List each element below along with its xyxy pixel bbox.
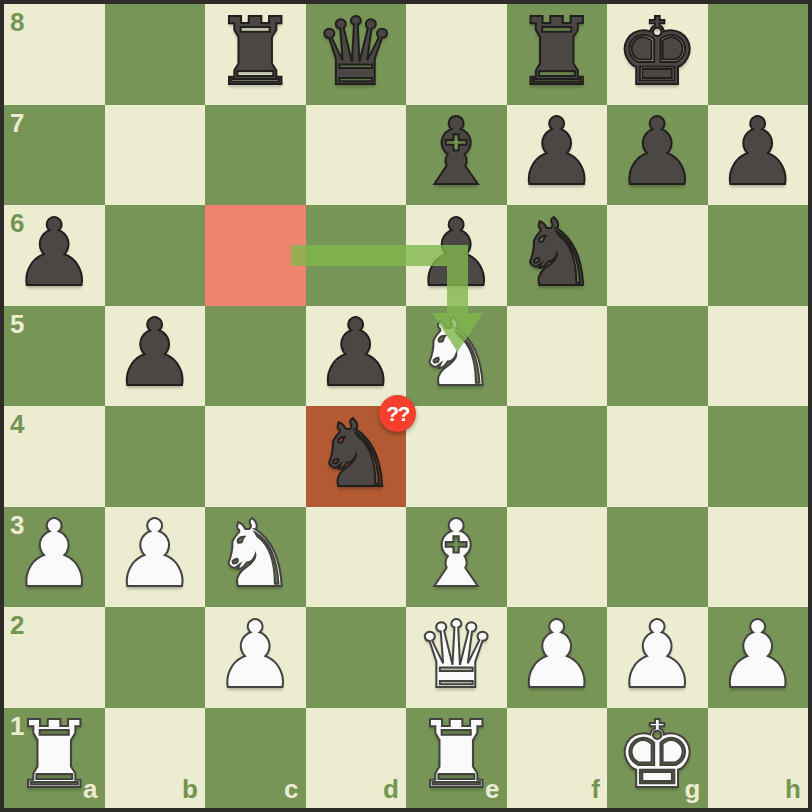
square-c7[interactable] (205, 105, 306, 206)
file-label-d: d (383, 774, 399, 805)
square-f6[interactable]: ♞ (507, 205, 608, 306)
square-e6[interactable]: ♟ (406, 205, 507, 306)
square-c3[interactable]: ♞ (205, 507, 306, 608)
square-h6[interactable] (708, 205, 809, 306)
file-label-c: c (284, 774, 298, 805)
square-h2[interactable]: ♟ (708, 607, 809, 708)
square-b1[interactable]: b (105, 708, 206, 809)
square-g8[interactable]: ♚ (607, 4, 708, 105)
square-f8[interactable]: ♜ (507, 4, 608, 105)
white-pawn[interactable]: ♟ (716, 605, 799, 710)
black-pawn[interactable]: ♟ (616, 102, 699, 207)
square-d2[interactable] (306, 607, 407, 708)
black-queen[interactable]: ♛ (314, 2, 397, 107)
square-e8[interactable] (406, 4, 507, 105)
rank-label-7: 7 (10, 108, 24, 139)
white-bishop[interactable]: ♝ (415, 504, 498, 609)
square-e5[interactable]: ♞ (406, 306, 507, 407)
square-c6[interactable] (205, 205, 306, 306)
black-rook[interactable]: ♜ (515, 2, 598, 107)
black-pawn[interactable]: ♟ (515, 102, 598, 207)
white-pawn[interactable]: ♟ (113, 504, 196, 609)
rank-label-3: 3 (10, 510, 24, 541)
square-d1[interactable]: d (306, 708, 407, 809)
square-a3[interactable]: 3♟ (4, 507, 105, 608)
square-a4[interactable]: 4 (4, 406, 105, 507)
square-a8[interactable]: 8 (4, 4, 105, 105)
square-f5[interactable] (507, 306, 608, 407)
square-a6[interactable]: 6♟ (4, 205, 105, 306)
rank-label-2: 2 (10, 610, 24, 641)
black-pawn[interactable]: ♟ (113, 303, 196, 408)
square-e1[interactable]: e♜ (406, 708, 507, 809)
square-e3[interactable]: ♝ (406, 507, 507, 608)
file-label-f: f (591, 774, 600, 805)
square-g7[interactable]: ♟ (607, 105, 708, 206)
square-d3[interactable] (306, 507, 407, 608)
square-f2[interactable]: ♟ (507, 607, 608, 708)
square-a5[interactable]: 5 (4, 306, 105, 407)
square-a2[interactable]: 2 (4, 607, 105, 708)
square-g1[interactable]: g♚ (607, 708, 708, 809)
square-g4[interactable] (607, 406, 708, 507)
square-f3[interactable] (507, 507, 608, 608)
square-b2[interactable] (105, 607, 206, 708)
file-label-g: g (685, 774, 701, 805)
black-rook[interactable]: ♜ (214, 2, 297, 107)
white-queen[interactable]: ♛ (415, 605, 498, 710)
blunder-badge-label: ?? (386, 402, 409, 426)
white-pawn[interactable]: ♟ (214, 605, 297, 710)
square-f4[interactable] (507, 406, 608, 507)
square-b3[interactable]: ♟ (105, 507, 206, 608)
square-b6[interactable] (105, 205, 206, 306)
square-c8[interactable]: ♜ (205, 4, 306, 105)
square-h5[interactable] (708, 306, 809, 407)
file-label-h: h (785, 774, 801, 805)
square-a1[interactable]: 1a♜ (4, 708, 105, 809)
black-bishop[interactable]: ♝ (415, 102, 498, 207)
square-d7[interactable] (306, 105, 407, 206)
square-d6[interactable] (306, 205, 407, 306)
square-d8[interactable]: ♛ (306, 4, 407, 105)
white-pawn[interactable]: ♟ (515, 605, 598, 710)
black-pawn[interactable]: ♟ (13, 203, 96, 308)
white-pawn[interactable]: ♟ (13, 504, 96, 609)
square-f1[interactable]: f (507, 708, 608, 809)
square-e2[interactable]: ♛ (406, 607, 507, 708)
square-e7[interactable]: ♝ (406, 105, 507, 206)
rank-label-5: 5 (10, 309, 24, 340)
white-knight[interactable]: ♞ (214, 504, 297, 609)
rank-label-4: 4 (10, 409, 24, 440)
square-c2[interactable]: ♟ (205, 607, 306, 708)
file-label-b: b (182, 774, 198, 805)
square-h7[interactable]: ♟ (708, 105, 809, 206)
square-g6[interactable] (607, 205, 708, 306)
blunder-badge: ?? (379, 395, 416, 432)
square-a7[interactable]: 7 (4, 105, 105, 206)
square-g3[interactable] (607, 507, 708, 608)
highlight-move-from (205, 205, 306, 306)
square-c5[interactable] (205, 306, 306, 407)
rank-label-8: 8 (10, 7, 24, 38)
square-g5[interactable] (607, 306, 708, 407)
square-h3[interactable] (708, 507, 809, 608)
square-e4[interactable] (406, 406, 507, 507)
black-pawn[interactable]: ♟ (415, 203, 498, 308)
rank-label-6: 6 (10, 208, 24, 239)
file-label-e: e (485, 774, 499, 805)
square-h1[interactable]: h (708, 708, 809, 809)
square-b7[interactable] (105, 105, 206, 206)
square-b4[interactable] (105, 406, 206, 507)
square-h4[interactable] (708, 406, 809, 507)
square-c1[interactable]: c (205, 708, 306, 809)
black-knight[interactable]: ♞ (515, 203, 598, 308)
square-b8[interactable] (105, 4, 206, 105)
square-c4[interactable] (205, 406, 306, 507)
white-pawn[interactable]: ♟ (616, 605, 699, 710)
chess-board: 8♜♛♜♚7♝♟♟♟6♟♟♞5♟♟♞4♞3♟♟♞♝2♟♛♟♟♟1a♜bcde♜f… (0, 0, 812, 812)
file-label-a: a (83, 774, 97, 805)
black-king[interactable]: ♚ (616, 2, 699, 107)
rank-label-1: 1 (10, 711, 24, 742)
white-knight[interactable]: ♞ (415, 303, 498, 408)
square-d5[interactable]: ♟ (306, 306, 407, 407)
square-f7[interactable]: ♟ (507, 105, 608, 206)
black-pawn[interactable]: ♟ (314, 303, 397, 408)
black-pawn[interactable]: ♟ (716, 102, 799, 207)
square-g2[interactable]: ♟ (607, 607, 708, 708)
square-b5[interactable]: ♟ (105, 306, 206, 407)
square-h8[interactable] (708, 4, 809, 105)
